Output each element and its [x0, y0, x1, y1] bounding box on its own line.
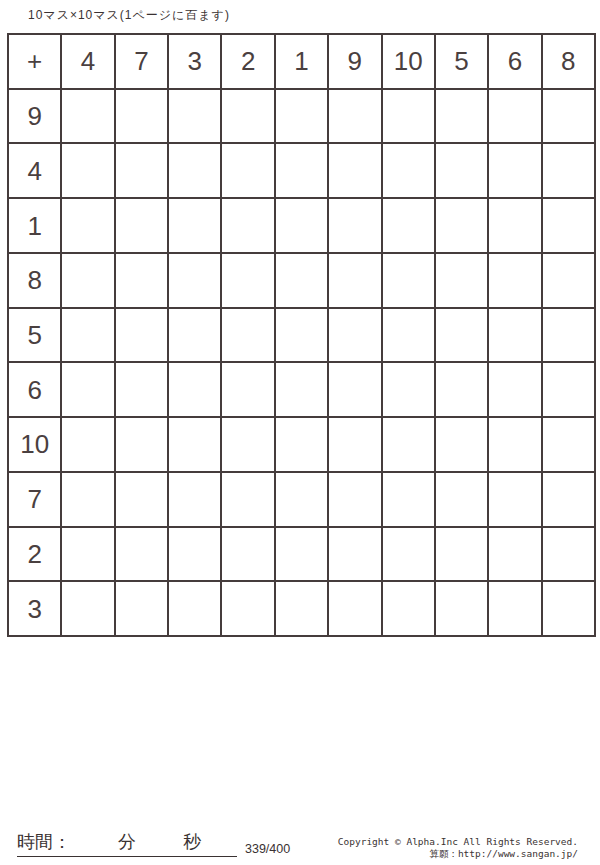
- answer-cell-r5c9[interactable]: [489, 309, 540, 362]
- answer-cell-r6c4[interactable]: [222, 363, 273, 416]
- answer-cell-r10c7[interactable]: [383, 582, 434, 635]
- answer-cell-r4c5[interactable]: [276, 254, 327, 307]
- answer-cell-r5c3[interactable]: [169, 309, 220, 362]
- answer-cell-r8c8[interactable]: [436, 473, 487, 526]
- answer-cell-r8c1[interactable]: [62, 473, 113, 526]
- copyright-line2: 算願：http://www.sangan.jp/: [338, 848, 578, 860]
- answer-cell-r8c3[interactable]: [169, 473, 220, 526]
- addition-grid: +4732191056894185610723: [7, 33, 596, 637]
- answer-cell-r4c3[interactable]: [169, 254, 220, 307]
- answer-cell-r10c5[interactable]: [276, 582, 327, 635]
- col-header-4: 2: [222, 35, 273, 88]
- answer-cell-r1c7[interactable]: [383, 90, 434, 143]
- answer-cell-r5c5[interactable]: [276, 309, 327, 362]
- answer-cell-r4c8[interactable]: [436, 254, 487, 307]
- answer-cell-r4c7[interactable]: [383, 254, 434, 307]
- answer-cell-r6c9[interactable]: [489, 363, 540, 416]
- answer-cell-r2c9[interactable]: [489, 144, 540, 197]
- time-label: 時間：: [17, 830, 71, 854]
- row-header-9: 2: [9, 528, 60, 581]
- copyright-block: Copyright © Alpha.Inc All Rights Reserve…: [338, 836, 578, 860]
- col-header-5: 1: [276, 35, 327, 88]
- answer-cell-r7c5[interactable]: [276, 418, 327, 471]
- row-header-5: 5: [9, 309, 60, 362]
- answer-cell-r9c2[interactable]: [116, 528, 167, 581]
- answer-cell-r3c6[interactable]: [329, 199, 380, 252]
- page-number: 339/400: [245, 842, 290, 856]
- row-header-2: 4: [9, 144, 60, 197]
- answer-cell-r8c2[interactable]: [116, 473, 167, 526]
- answer-cell-r8c7[interactable]: [383, 473, 434, 526]
- answer-cell-r9c5[interactable]: [276, 528, 327, 581]
- answer-cell-r6c5[interactable]: [276, 363, 327, 416]
- answer-cell-r4c1[interactable]: [62, 254, 113, 307]
- answer-cell-r2c6[interactable]: [329, 144, 380, 197]
- answer-cell-r7c3[interactable]: [169, 418, 220, 471]
- answer-cell-r6c2[interactable]: [116, 363, 167, 416]
- answer-cell-r10c6[interactable]: [329, 582, 380, 635]
- answer-cell-r1c4[interactable]: [222, 90, 273, 143]
- answer-cell-r7c6[interactable]: [329, 418, 380, 471]
- row-header-10: 3: [9, 582, 60, 635]
- answer-cell-r6c3[interactable]: [169, 363, 220, 416]
- answer-cell-r10c9[interactable]: [489, 582, 540, 635]
- col-header-1: 4: [62, 35, 113, 88]
- answer-cell-r5c1[interactable]: [62, 309, 113, 362]
- answer-cell-r2c8[interactable]: [436, 144, 487, 197]
- answer-cell-r9c4[interactable]: [222, 528, 273, 581]
- col-header-10: 8: [543, 35, 594, 88]
- answer-cell-r10c2[interactable]: [116, 582, 167, 635]
- col-header-8: 5: [436, 35, 487, 88]
- answer-cell-r3c8[interactable]: [436, 199, 487, 252]
- answer-cell-r6c7[interactable]: [383, 363, 434, 416]
- answer-cell-r2c10[interactable]: [543, 144, 594, 197]
- answer-cell-r10c4[interactable]: [222, 582, 273, 635]
- answer-cell-r3c9[interactable]: [489, 199, 540, 252]
- answer-cell-r7c7[interactable]: [383, 418, 434, 471]
- answer-cell-r10c3[interactable]: [169, 582, 220, 635]
- col-header-9: 6: [489, 35, 540, 88]
- answer-cell-r10c10[interactable]: [543, 582, 594, 635]
- time-entry-line: 時間： 分 秒: [17, 830, 237, 857]
- answer-cell-r1c9[interactable]: [489, 90, 540, 143]
- col-header-6: 9: [329, 35, 380, 88]
- answer-cell-r9c6[interactable]: [329, 528, 380, 581]
- seconds-label: 秒: [183, 830, 201, 854]
- answer-cell-r1c6[interactable]: [329, 90, 380, 143]
- operator-cell: +: [9, 35, 60, 88]
- answer-cell-r9c7[interactable]: [383, 528, 434, 581]
- page-title: 10マス×10マス(1ページに百ます): [28, 7, 230, 24]
- row-header-1: 9: [9, 90, 60, 143]
- answer-cell-r2c7[interactable]: [383, 144, 434, 197]
- answer-cell-r7c8[interactable]: [436, 418, 487, 471]
- answer-cell-r7c9[interactable]: [489, 418, 540, 471]
- answer-cell-r5c2[interactable]: [116, 309, 167, 362]
- row-header-6: 6: [9, 363, 60, 416]
- answer-cell-r6c6[interactable]: [329, 363, 380, 416]
- answer-cell-r8c9[interactable]: [489, 473, 540, 526]
- answer-cell-r10c8[interactable]: [436, 582, 487, 635]
- answer-cell-r3c5[interactable]: [276, 199, 327, 252]
- answer-cell-r4c2[interactable]: [116, 254, 167, 307]
- answer-cell-r1c2[interactable]: [116, 90, 167, 143]
- answer-cell-r1c3[interactable]: [169, 90, 220, 143]
- answer-cell-r2c4[interactable]: [222, 144, 273, 197]
- answer-cell-r5c6[interactable]: [329, 309, 380, 362]
- answer-cell-r9c8[interactable]: [436, 528, 487, 581]
- answer-cell-r5c8[interactable]: [436, 309, 487, 362]
- answer-cell-r7c1[interactable]: [62, 418, 113, 471]
- col-header-2: 7: [116, 35, 167, 88]
- answer-cell-r10c1[interactable]: [62, 582, 113, 635]
- answer-cell-r8c6[interactable]: [329, 473, 380, 526]
- answer-cell-r2c2[interactable]: [116, 144, 167, 197]
- row-header-4: 8: [9, 254, 60, 307]
- copyright-line1: Copyright © Alpha.Inc All Rights Reserve…: [338, 836, 578, 848]
- answer-cell-r3c3[interactable]: [169, 199, 220, 252]
- answer-cell-r4c6[interactable]: [329, 254, 380, 307]
- answer-cell-r4c9[interactable]: [489, 254, 540, 307]
- answer-cell-r5c10[interactable]: [543, 309, 594, 362]
- answer-cell-r1c1[interactable]: [62, 90, 113, 143]
- minutes-label: 分: [118, 830, 136, 854]
- answer-cell-r3c7[interactable]: [383, 199, 434, 252]
- answer-cell-r9c10[interactable]: [543, 528, 594, 581]
- answer-cell-r3c10[interactable]: [543, 199, 594, 252]
- answer-cell-r7c2[interactable]: [116, 418, 167, 471]
- answer-cell-r6c8[interactable]: [436, 363, 487, 416]
- answer-cell-r6c1[interactable]: [62, 363, 113, 416]
- answer-cell-r7c10[interactable]: [543, 418, 594, 471]
- answer-cell-r1c5[interactable]: [276, 90, 327, 143]
- answer-cell-r3c1[interactable]: [62, 199, 113, 252]
- col-header-7: 10: [383, 35, 434, 88]
- answer-cell-r8c4[interactable]: [222, 473, 273, 526]
- answer-cell-r9c9[interactable]: [489, 528, 540, 581]
- row-header-8: 7: [9, 473, 60, 526]
- answer-cell-r8c5[interactable]: [276, 473, 327, 526]
- answer-cell-r8c10[interactable]: [543, 473, 594, 526]
- answer-cell-r3c4[interactable]: [222, 199, 273, 252]
- answer-cell-r6c10[interactable]: [543, 363, 594, 416]
- answer-cell-r1c10[interactable]: [543, 90, 594, 143]
- answer-cell-r4c4[interactable]: [222, 254, 273, 307]
- answer-cell-r7c4[interactable]: [222, 418, 273, 471]
- answer-cell-r2c5[interactable]: [276, 144, 327, 197]
- answer-cell-r1c8[interactable]: [436, 90, 487, 143]
- answer-cell-r4c10[interactable]: [543, 254, 594, 307]
- row-header-3: 1: [9, 199, 60, 252]
- col-header-3: 3: [169, 35, 220, 88]
- row-header-7: 10: [9, 418, 60, 471]
- answer-cell-r9c1[interactable]: [62, 528, 113, 581]
- answer-cell-r2c3[interactable]: [169, 144, 220, 197]
- answer-cell-r5c4[interactable]: [222, 309, 273, 362]
- answer-cell-r3c2[interactable]: [116, 199, 167, 252]
- answer-cell-r5c7[interactable]: [383, 309, 434, 362]
- answer-cell-r9c3[interactable]: [169, 528, 220, 581]
- worksheet-page: 10マス×10マス(1ページに百ます) +4732191056894185610…: [0, 0, 600, 865]
- answer-cell-r2c1[interactable]: [62, 144, 113, 197]
